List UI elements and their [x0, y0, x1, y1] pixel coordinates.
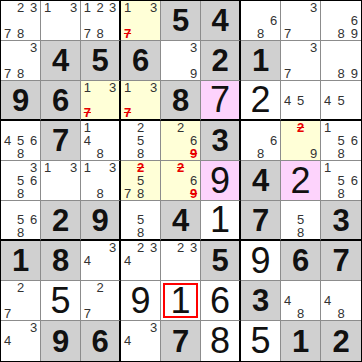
- empty-candidate-slot: [147, 94, 160, 106]
- empty-candidate-slot: [81, 174, 94, 187]
- empty-candidate-slot: [307, 27, 320, 40]
- cell-r6c2[interactable]: 2: [41, 201, 81, 241]
- empty-candidate-slot: [106, 134, 119, 147]
- empty-candidate-slot: [147, 134, 160, 147]
- candidate-grid: 269: [161, 121, 200, 160]
- solved-digit: 1: [170, 283, 190, 319]
- empty-candidate-slot: [307, 54, 320, 67]
- cell-r1c2[interactable]: 13: [41, 1, 81, 41]
- cell-r4c2[interactable]: 7: [41, 121, 81, 161]
- empty-candidate-slot: [121, 213, 134, 226]
- candidate-grid: 568: [1, 201, 40, 239]
- candidate-digit: 8: [94, 27, 107, 40]
- eliminated-candidate-digit: 2: [294, 121, 307, 134]
- cell-r6c4[interactable]: 58: [121, 201, 161, 241]
- empty-candidate-slot: [348, 294, 361, 307]
- cell-r3c2[interactable]: 6: [41, 81, 81, 121]
- cell-r5c6[interactable]: 9: [201, 161, 241, 201]
- empty-candidate-slot: [27, 27, 40, 40]
- candidate-digit: 7: [81, 27, 94, 40]
- candidate-digit: 8: [14, 67, 27, 80]
- candidate-digit: 1: [121, 81, 134, 94]
- empty-candidate-slot: [321, 1, 334, 14]
- empty-candidate-slot: [294, 147, 307, 160]
- cell-r2c6[interactable]: 2: [201, 41, 241, 81]
- candidate-digit: 5: [294, 94, 307, 107]
- empty-candidate-slot: [147, 267, 160, 280]
- empty-candidate-slot: [174, 41, 187, 54]
- given-digit: 8: [172, 85, 189, 116]
- empty-candidate-slot: [121, 201, 134, 213]
- empty-candidate-slot: [106, 174, 119, 187]
- eliminated-candidate-digit: 7: [81, 106, 94, 119]
- empty-candidate-slot: [147, 226, 160, 239]
- candidate-digit: 9: [348, 27, 361, 40]
- given-digit: 5: [211, 245, 228, 276]
- cell-r7c7[interactable]: 9: [241, 241, 281, 281]
- given-digit: 1: [12, 245, 29, 276]
- cell-r4c7[interactable]: 68: [241, 121, 281, 161]
- given-digit: 1: [292, 326, 309, 357]
- candidate-digit: 6: [267, 134, 280, 147]
- candidate-digit: 8: [334, 27, 347, 40]
- given-digit: 9: [91, 205, 108, 236]
- cell-r5c9[interactable]: 1568: [321, 161, 361, 201]
- solved-digit: 9: [130, 283, 150, 319]
- candidate-grid: 2378: [1, 1, 40, 40]
- empty-candidate-slot: [294, 41, 307, 54]
- candidate-digit: 3: [106, 161, 119, 174]
- candidate-digit: 3: [27, 1, 40, 14]
- cell-r8c2[interactable]: 5: [41, 281, 81, 321]
- cell-r4c6[interactable]: 3: [201, 121, 241, 161]
- cell-r5c2[interactable]: 13: [41, 161, 81, 201]
- given-digit: 9: [12, 85, 29, 116]
- empty-candidate-slot: [321, 14, 334, 27]
- cell-r7c4[interactable]: 234: [121, 241, 161, 281]
- empty-candidate-slot: [307, 281, 320, 294]
- candidate-grid: 89: [321, 41, 361, 80]
- empty-candidate-slot: [348, 41, 361, 54]
- empty-candidate-slot: [106, 147, 119, 160]
- candidate-digit: 7: [1, 307, 14, 320]
- cell-r7c1[interactable]: 1: [1, 241, 41, 281]
- candidate-digit: 4: [81, 254, 94, 267]
- candidate-grid: 39: [161, 41, 200, 80]
- empty-candidate-slot: [147, 187, 160, 200]
- empty-candidate-slot: [27, 348, 40, 361]
- empty-candidate-slot: [281, 307, 294, 320]
- empty-candidate-slot: [281, 226, 294, 239]
- empty-candidate-slot: [134, 14, 147, 27]
- candidate-digit: 3: [67, 161, 80, 174]
- empty-candidate-slot: [94, 161, 107, 174]
- candidate-digit: 3: [106, 81, 119, 94]
- cell-r7c8[interactable]: 6: [281, 241, 321, 281]
- candidate-digit: 8: [334, 187, 347, 200]
- empty-candidate-slot: [147, 147, 160, 160]
- candidate-digit: 2: [174, 121, 187, 134]
- empty-candidate-slot: [281, 107, 294, 120]
- given-digit: 6: [52, 85, 69, 116]
- cell-r7c9[interactable]: 7: [321, 241, 361, 281]
- candidate-digit: 6: [27, 134, 40, 147]
- candidate-grid: 258: [121, 121, 160, 160]
- empty-candidate-slot: [321, 187, 334, 200]
- candidate-grid: 689: [321, 1, 361, 40]
- cell-r7c3[interactable]: 34: [81, 241, 121, 281]
- empty-candidate-slot: [27, 281, 40, 294]
- cell-r4c1[interactable]: 4568: [1, 121, 41, 161]
- candidate-digit: 1: [321, 161, 334, 174]
- empty-candidate-slot: [27, 334, 40, 347]
- empty-candidate-slot: [307, 201, 320, 213]
- empty-candidate-slot: [27, 294, 40, 307]
- empty-candidate-slot: [94, 121, 107, 134]
- candidate-digit: 2: [94, 281, 107, 294]
- empty-candidate-slot: [94, 267, 107, 280]
- empty-candidate-slot: [147, 27, 160, 40]
- empty-candidate-slot: [307, 107, 320, 120]
- candidate-digit: 8: [134, 187, 147, 200]
- empty-candidate-slot: [1, 174, 14, 187]
- empty-candidate-slot: [1, 201, 14, 213]
- cell-r4c9[interactable]: 1568: [321, 121, 361, 161]
- given-digit: 4: [211, 5, 228, 36]
- candidate-digit: 8: [14, 187, 27, 200]
- candidate-digit: 2: [14, 1, 27, 14]
- cell-r9c3[interactable]: 6: [81, 321, 121, 361]
- cell-r1c9[interactable]: 689: [321, 1, 361, 41]
- empty-candidate-slot: [161, 121, 174, 134]
- empty-candidate-slot: [81, 267, 94, 280]
- candidate-digit: 4: [1, 334, 14, 347]
- candidate-grid: 37: [281, 41, 320, 80]
- candidate-grid: 12378: [81, 1, 119, 40]
- empty-candidate-slot: [1, 213, 14, 226]
- cell-r7c6[interactable]: 5: [201, 241, 241, 281]
- empty-candidate-slot: [307, 307, 320, 320]
- candidate-digit: 3: [147, 1, 160, 14]
- empty-candidate-slot: [14, 321, 27, 334]
- candidate-digit: 3: [307, 41, 320, 54]
- empty-candidate-slot: [41, 187, 54, 200]
- candidate-digit: 8: [334, 307, 347, 320]
- empty-candidate-slot: [294, 81, 307, 94]
- empty-candidate-slot: [1, 187, 14, 200]
- empty-candidate-slot: [147, 121, 160, 134]
- empty-candidate-slot: [67, 27, 80, 40]
- empty-candidate-slot: [281, 201, 294, 213]
- cell-r6c5[interactable]: 4: [161, 201, 201, 241]
- given-digit: 3: [332, 205, 349, 236]
- cell-r2c9[interactable]: 89: [321, 41, 361, 81]
- candidate-grid: 13: [41, 161, 80, 200]
- cell-r3c6[interactable]: 7: [201, 81, 241, 121]
- candidate-digit: 5: [334, 94, 347, 107]
- empty-candidate-slot: [27, 54, 40, 67]
- cell-r3c1[interactable]: 9: [1, 81, 41, 121]
- empty-candidate-slot: [134, 321, 147, 334]
- cell-r6c7[interactable]: 7: [241, 201, 281, 241]
- cell-r9c5[interactable]: 7: [161, 321, 201, 361]
- cell-r1c4[interactable]: 137: [121, 1, 161, 41]
- cell-r3c5[interactable]: 8: [161, 81, 201, 121]
- empty-candidate-slot: [14, 334, 27, 347]
- solved-digit: 2: [250, 82, 270, 118]
- given-digit: 2: [211, 45, 228, 76]
- empty-candidate-slot: [307, 67, 320, 80]
- candidate-digit: 3: [106, 241, 119, 254]
- empty-candidate-slot: [161, 174, 174, 187]
- candidate-grid: 34: [81, 241, 119, 280]
- given-digit: 4: [52, 45, 69, 76]
- empty-candidate-slot: [81, 281, 94, 294]
- solved-digit: 5: [250, 323, 270, 359]
- candidate-grid: 27: [81, 281, 119, 320]
- candidate-digit: 8: [334, 147, 347, 160]
- cell-r9c2[interactable]: 9: [41, 321, 81, 361]
- cell-r8c4[interactable]: 9: [121, 281, 161, 321]
- cell-r2c8[interactable]: 37: [281, 41, 321, 81]
- cell-r4c5[interactable]: 269: [161, 121, 201, 161]
- empty-candidate-slot: [161, 161, 174, 174]
- empty-candidate-slot: [94, 294, 107, 307]
- empty-candidate-slot: [1, 348, 14, 361]
- cell-r7c5[interactable]: 23: [161, 241, 201, 281]
- cell-r5c3[interactable]: 138: [81, 161, 121, 201]
- empty-candidate-slot: [321, 27, 334, 40]
- cell-r1c5[interactable]: 5: [161, 1, 201, 41]
- cell-r2c3[interactable]: 5: [81, 41, 121, 81]
- given-digit: 7: [172, 326, 189, 357]
- cell-r8c8[interactable]: 48: [281, 281, 321, 321]
- empty-candidate-slot: [106, 106, 119, 119]
- empty-candidate-slot: [121, 348, 134, 361]
- solved-digit: 1: [210, 202, 230, 238]
- cell-r3c9[interactable]: 45: [321, 81, 361, 121]
- solved-digit: 9: [210, 163, 230, 199]
- cell-r2c5[interactable]: 39: [161, 41, 201, 81]
- cell-r1c6[interactable]: 4: [201, 1, 241, 41]
- candidate-grid: 45: [281, 81, 320, 119]
- cell-r5c1[interactable]: 3568: [1, 161, 41, 201]
- candidate-digit: 8: [134, 226, 147, 239]
- empty-candidate-slot: [241, 121, 254, 134]
- empty-candidate-slot: [106, 307, 119, 320]
- empty-candidate-slot: [94, 307, 107, 320]
- empty-candidate-slot: [94, 241, 107, 254]
- candidate-digit: 8: [14, 27, 27, 40]
- cell-r9c8[interactable]: 1: [281, 321, 321, 361]
- cell-r3c4[interactable]: 137: [121, 81, 161, 121]
- eliminated-candidate-digit: 9: [187, 147, 200, 160]
- candidate-digit: 8: [14, 226, 27, 239]
- candidate-grid: 68: [241, 1, 280, 40]
- cell-r4c4[interactable]: 258: [121, 121, 161, 161]
- cell-r7c2[interactable]: 8: [41, 241, 81, 281]
- candidate-grid: 34: [1, 321, 40, 361]
- cell-r4c8[interactable]: 29: [281, 121, 321, 161]
- cell-r3c7[interactable]: 2: [241, 81, 281, 121]
- cell-r6c9[interactable]: 3: [321, 201, 361, 241]
- candidate-grid: 3568: [1, 161, 40, 200]
- cell-r5c5[interactable]: 269: [161, 161, 201, 201]
- empty-candidate-slot: [54, 161, 67, 174]
- candidate-digit: 7: [121, 187, 134, 200]
- candidate-digit: 3: [27, 321, 40, 334]
- candidate-grid: 1568: [321, 161, 361, 200]
- cell-r2c2[interactable]: 4: [41, 41, 81, 81]
- given-digit: 2: [332, 326, 349, 357]
- empty-candidate-slot: [281, 1, 294, 14]
- empty-candidate-slot: [1, 281, 14, 294]
- given-digit: 7: [52, 125, 69, 156]
- empty-candidate-slot: [81, 187, 94, 200]
- empty-candidate-slot: [106, 267, 119, 280]
- cell-r8c5[interactable]: 1: [161, 281, 201, 321]
- empty-candidate-slot: [281, 121, 294, 134]
- given-digit: 6: [91, 326, 108, 357]
- given-digit: 4: [252, 165, 269, 196]
- candidate-digit: 2: [174, 241, 187, 254]
- empty-candidate-slot: [67, 14, 80, 27]
- cell-r8c1[interactable]: 27: [1, 281, 41, 321]
- cell-r8c9[interactable]: 48: [321, 281, 361, 321]
- given-digit: 5: [172, 5, 189, 36]
- candidate-digit: 3: [106, 1, 119, 14]
- cell-r9c4[interactable]: 34: [121, 321, 161, 361]
- empty-candidate-slot: [161, 147, 174, 160]
- candidate-digit: 6: [267, 14, 280, 27]
- candidate-digit: 4: [1, 134, 14, 147]
- candidate-digit: 8: [94, 187, 107, 200]
- empty-candidate-slot: [348, 281, 361, 294]
- cell-r8c7[interactable]: 3: [241, 281, 281, 321]
- empty-candidate-slot: [161, 241, 174, 254]
- cell-r1c7[interactable]: 68: [241, 1, 281, 41]
- empty-candidate-slot: [334, 81, 347, 94]
- given-digit: 6: [292, 245, 309, 276]
- candidate-grid: 2578: [121, 161, 160, 200]
- candidate-digit: 4: [121, 254, 134, 267]
- candidate-grid: 68: [241, 121, 280, 160]
- empty-candidate-slot: [307, 213, 320, 226]
- empty-candidate-slot: [294, 134, 307, 147]
- empty-candidate-slot: [54, 187, 67, 200]
- candidate-grid: 148: [81, 121, 119, 160]
- empty-candidate-slot: [174, 187, 187, 200]
- cell-r3c3[interactable]: 137: [81, 81, 121, 121]
- cell-r1c1[interactable]: 2378: [1, 1, 41, 41]
- empty-candidate-slot: [294, 107, 307, 120]
- empty-candidate-slot: [307, 226, 320, 239]
- empty-candidate-slot: [321, 147, 334, 160]
- empty-candidate-slot: [14, 307, 27, 320]
- candidate-digit: 7: [81, 307, 94, 320]
- empty-candidate-slot: [241, 27, 254, 40]
- cell-r3c8[interactable]: 45: [281, 81, 321, 121]
- candidate-digit: 8: [14, 147, 27, 160]
- candidate-digit: 8: [294, 226, 307, 239]
- empty-candidate-slot: [134, 1, 147, 14]
- cell-r6c6[interactable]: 1: [201, 201, 241, 241]
- cell-r1c3[interactable]: 12378: [81, 1, 121, 41]
- empty-candidate-slot: [267, 147, 280, 160]
- eliminated-candidate-digit: 9: [187, 187, 200, 200]
- given-digit: 8: [52, 245, 69, 276]
- candidate-digit: 6: [27, 213, 40, 226]
- candidate-grid: 58: [121, 201, 160, 239]
- empty-candidate-slot: [281, 147, 294, 160]
- candidate-digit: 3: [307, 1, 320, 14]
- candidate-digit: 2: [94, 1, 107, 14]
- empty-candidate-slot: [54, 174, 67, 187]
- given-digit: 9: [52, 326, 69, 357]
- empty-candidate-slot: [134, 94, 147, 106]
- cell-r9c9[interactable]: 2: [321, 321, 361, 361]
- candidate-digit: 1: [81, 1, 94, 14]
- cell-r4c3[interactable]: 148: [81, 121, 121, 161]
- candidate-digit: 1: [321, 121, 334, 134]
- candidate-grid: 4568: [1, 121, 40, 160]
- empty-candidate-slot: [106, 281, 119, 294]
- candidate-digit: 3: [187, 41, 200, 54]
- cell-r9c6[interactable]: 8: [201, 321, 241, 361]
- cell-r2c4[interactable]: 6: [121, 41, 161, 81]
- cell-r5c4[interactable]: 2578: [121, 161, 161, 201]
- empty-candidate-slot: [1, 161, 14, 174]
- cell-r5c8[interactable]: 2: [281, 161, 321, 201]
- empty-candidate-slot: [1, 147, 14, 160]
- cell-r6c1[interactable]: 568: [1, 201, 41, 241]
- solved-digit: 7: [210, 82, 230, 118]
- cell-r9c1[interactable]: 34: [1, 321, 41, 361]
- candidate-digit: 6: [348, 174, 361, 187]
- cell-r5c7[interactable]: 4: [241, 161, 281, 201]
- empty-candidate-slot: [27, 14, 40, 27]
- candidate-grid: 137: [121, 81, 160, 119]
- cell-r6c8[interactable]: 58: [281, 201, 321, 241]
- empty-candidate-slot: [321, 134, 334, 147]
- empty-candidate-slot: [294, 1, 307, 14]
- empty-candidate-slot: [121, 134, 134, 147]
- candidate-digit: 3: [27, 41, 40, 54]
- cell-r8c3[interactable]: 27: [81, 281, 121, 321]
- candidate-grid: 45: [321, 81, 361, 119]
- empty-candidate-slot: [41, 27, 54, 40]
- cell-r8c6[interactable]: 6: [201, 281, 241, 321]
- cell-r2c1[interactable]: 378: [1, 41, 41, 81]
- candidate-grid: 58: [281, 201, 320, 239]
- empty-candidate-slot: [254, 121, 267, 134]
- empty-candidate-slot: [1, 1, 14, 14]
- candidate-digit: 7: [281, 67, 294, 80]
- empty-candidate-slot: [241, 14, 254, 27]
- candidate-grid: 378: [1, 41, 40, 80]
- cell-r2c7[interactable]: 1: [241, 41, 281, 81]
- candidate-digit: 9: [187, 67, 200, 80]
- empty-candidate-slot: [14, 294, 27, 307]
- empty-candidate-slot: [174, 134, 187, 147]
- cell-r1c8[interactable]: 37: [281, 1, 321, 41]
- given-digit: 7: [332, 245, 349, 276]
- cell-r9c7[interactable]: 5: [241, 321, 281, 361]
- cell-r6c3[interactable]: 9: [81, 201, 121, 241]
- candidate-grid: 137: [81, 81, 119, 119]
- empty-candidate-slot: [134, 254, 147, 267]
- candidate-digit: 7: [1, 67, 14, 80]
